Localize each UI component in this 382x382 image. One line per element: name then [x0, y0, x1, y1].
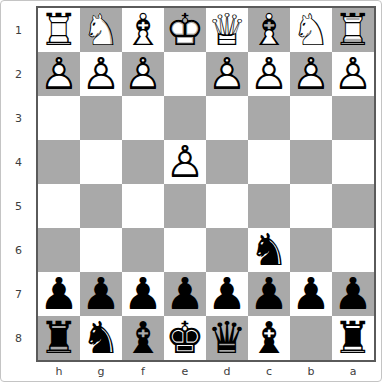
square-g1[interactable]: ♞♘: [80, 8, 122, 52]
square-c1[interactable]: ♝♗: [248, 8, 290, 52]
piece-white-rook-h1[interactable]: ♜♖: [38, 8, 80, 52]
file-label-e: e: [164, 363, 206, 380]
square-b8[interactable]: [290, 316, 332, 360]
piece-black-pawn-g7[interactable]: ♟: [80, 272, 122, 316]
rank-label-5: 5: [1, 184, 36, 228]
square-b4[interactable]: [290, 140, 332, 184]
rank-label-7: 7: [1, 272, 36, 316]
piece-black-pawn-b7[interactable]: ♟: [290, 272, 332, 316]
square-f3[interactable]: [122, 96, 164, 140]
square-e6[interactable]: [164, 228, 206, 272]
piece-black-pawn-e7[interactable]: ♟: [164, 272, 206, 316]
piece-black-knight-g8[interactable]: ♞: [80, 316, 122, 360]
square-g2[interactable]: ♟♙: [80, 52, 122, 96]
rank-label-4: 4: [1, 140, 36, 184]
piece-white-pawn-f2[interactable]: ♟♙: [122, 52, 164, 96]
square-h4[interactable]: [38, 140, 80, 184]
square-c7[interactable]: ♟: [248, 272, 290, 316]
rank-labels: 12345678: [1, 8, 36, 360]
piece-black-king-e8[interactable]: ♚: [164, 316, 206, 360]
file-label-g: g: [80, 363, 122, 380]
piece-black-queen-d8[interactable]: ♛: [206, 316, 248, 360]
rank-label-1: 1: [1, 8, 36, 52]
square-d3[interactable]: [206, 96, 248, 140]
square-d8[interactable]: ♛: [206, 316, 248, 360]
square-g4[interactable]: [80, 140, 122, 184]
square-f6[interactable]: [122, 228, 164, 272]
square-d2[interactable]: ♟♙: [206, 52, 248, 96]
piece-black-bishop-f8[interactable]: ♝: [122, 316, 164, 360]
rank-label-3: 3: [1, 96, 36, 140]
square-e2[interactable]: [164, 52, 206, 96]
square-a5[interactable]: [332, 184, 374, 228]
piece-white-pawn-d2[interactable]: ♟♙: [206, 52, 248, 96]
piece-white-king-e1[interactable]: ♚♔: [164, 8, 206, 52]
file-label-f: f: [122, 363, 164, 380]
piece-white-bishop-c1[interactable]: ♝♗: [248, 8, 290, 52]
square-c2[interactable]: ♟♙: [248, 52, 290, 96]
square-h7[interactable]: ♟: [38, 272, 80, 316]
square-a1[interactable]: ♜♖: [332, 8, 374, 52]
square-f1[interactable]: ♝♗: [122, 8, 164, 52]
rank-label-8: 8: [1, 316, 36, 360]
square-d7[interactable]: ♟: [206, 272, 248, 316]
square-f5[interactable]: [122, 184, 164, 228]
piece-white-bishop-f1[interactable]: ♝♗: [122, 8, 164, 52]
square-h2[interactable]: ♟♙: [38, 52, 80, 96]
chess-board: ♜♖♞♘♝♗♚♔♛♕♝♗♞♘♜♖♟♙♟♙♟♙♟♙♟♙♟♙♟♙♟♙♞♟♟♟♟♟♟♟…: [36, 6, 376, 362]
square-f4[interactable]: [122, 140, 164, 184]
square-c8[interactable]: ♝: [248, 316, 290, 360]
square-h8[interactable]: ♜: [38, 316, 80, 360]
square-b6[interactable]: [290, 228, 332, 272]
square-c4[interactable]: [248, 140, 290, 184]
rank-label-6: 6: [1, 228, 36, 272]
square-a4[interactable]: [332, 140, 374, 184]
chess-app-page: 12345678 ♜♖♞♘♝♗♚♔♛♕♝♗♞♘♜♖♟♙♟♙♟♙♟♙♟♙♟♙♟♙♟…: [0, 0, 382, 382]
piece-white-pawn-h2[interactable]: ♟♙: [38, 52, 80, 96]
piece-white-pawn-b2[interactable]: ♟♙: [290, 52, 332, 96]
piece-black-pawn-c7[interactable]: ♟: [248, 272, 290, 316]
piece-black-rook-a8[interactable]: ♜: [332, 316, 374, 360]
piece-white-pawn-g2[interactable]: ♟♙: [80, 52, 122, 96]
square-b7[interactable]: ♟: [290, 272, 332, 316]
square-a3[interactable]: [332, 96, 374, 140]
file-labels: hgfedcba: [38, 363, 374, 380]
piece-white-pawn-c2[interactable]: ♟♙: [248, 52, 290, 96]
piece-black-pawn-f7[interactable]: ♟: [122, 272, 164, 316]
square-b1[interactable]: ♞♘: [290, 8, 332, 52]
square-b3[interactable]: [290, 96, 332, 140]
square-h5[interactable]: [38, 184, 80, 228]
square-f8[interactable]: ♝: [122, 316, 164, 360]
square-g3[interactable]: [80, 96, 122, 140]
square-g5[interactable]: [80, 184, 122, 228]
square-g7[interactable]: ♟: [80, 272, 122, 316]
square-a2[interactable]: ♟♙: [332, 52, 374, 96]
piece-white-pawn-e4[interactable]: ♟♙: [164, 140, 206, 184]
piece-black-pawn-d7[interactable]: ♟: [206, 272, 248, 316]
square-e3[interactable]: [164, 96, 206, 140]
rank-label-2: 2: [1, 52, 36, 96]
square-d1[interactable]: ♛♕: [206, 8, 248, 52]
piece-white-queen-d1[interactable]: ♛♕: [206, 8, 248, 52]
square-g8[interactable]: ♞: [80, 316, 122, 360]
square-e8[interactable]: ♚: [164, 316, 206, 360]
piece-black-bishop-c8[interactable]: ♝: [248, 316, 290, 360]
piece-black-pawn-h7[interactable]: ♟: [38, 272, 80, 316]
file-label-h: h: [38, 363, 80, 380]
piece-black-knight-c6[interactable]: ♞: [248, 228, 290, 272]
square-d5[interactable]: [206, 184, 248, 228]
square-c5[interactable]: [248, 184, 290, 228]
file-label-c: c: [248, 363, 290, 380]
square-h6[interactable]: [38, 228, 80, 272]
piece-black-rook-h8[interactable]: ♜: [38, 316, 80, 360]
file-label-b: b: [290, 363, 332, 380]
file-label-a: a: [332, 363, 374, 380]
square-a6[interactable]: [332, 228, 374, 272]
square-a7[interactable]: ♟: [332, 272, 374, 316]
square-f7[interactable]: ♟: [122, 272, 164, 316]
piece-white-rook-a1[interactable]: ♜♖: [332, 8, 374, 52]
square-e5[interactable]: [164, 184, 206, 228]
square-h3[interactable]: [38, 96, 80, 140]
square-a8[interactable]: ♜: [332, 316, 374, 360]
file-label-d: d: [206, 363, 248, 380]
square-g6[interactable]: [80, 228, 122, 272]
square-e4[interactable]: ♟♙: [164, 140, 206, 184]
square-d6[interactable]: [206, 228, 248, 272]
piece-black-pawn-a7[interactable]: ♟: [332, 272, 374, 316]
square-h1[interactable]: ♜♖: [38, 8, 80, 52]
square-e1[interactable]: ♚♔: [164, 8, 206, 52]
square-e7[interactable]: ♟: [164, 272, 206, 316]
square-c3[interactable]: [248, 96, 290, 140]
square-b2[interactable]: ♟♙: [290, 52, 332, 96]
piece-white-knight-b1[interactable]: ♞♘: [290, 8, 332, 52]
piece-white-knight-g1[interactable]: ♞♘: [80, 8, 122, 52]
square-f2[interactable]: ♟♙: [122, 52, 164, 96]
square-d4[interactable]: [206, 140, 248, 184]
square-c6[interactable]: ♞: [248, 228, 290, 272]
piece-white-pawn-a2[interactable]: ♟♙: [332, 52, 374, 96]
square-b5[interactable]: [290, 184, 332, 228]
